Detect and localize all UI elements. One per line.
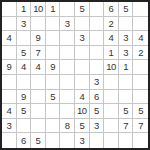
empty-cell-r7c9[interactable] xyxy=(119,90,134,105)
empty-cell-r1c1[interactable] xyxy=(2,2,17,17)
empty-cell-r1c7[interactable] xyxy=(90,2,105,17)
given-cell-r5c8: 10 xyxy=(104,60,119,75)
empty-cell-r3c5[interactable] xyxy=(60,31,75,46)
given-cell-r1c9: 5 xyxy=(119,2,134,17)
given-cell-r10c3: 5 xyxy=(31,133,46,148)
given-cell-r2c5: 3 xyxy=(60,17,75,32)
given-cell-r1c8: 6 xyxy=(104,2,119,17)
given-cell-r4c9: 3 xyxy=(119,46,134,61)
given-cell-r5c1: 9 xyxy=(2,60,17,75)
given-cell-r6c7: 3 xyxy=(90,75,105,90)
given-cell-r3c6: 3 xyxy=(75,31,90,46)
given-cell-r4c10: 2 xyxy=(133,46,148,61)
empty-cell-r5c10[interactable] xyxy=(133,60,148,75)
given-cell-r9c5: 8 xyxy=(60,119,75,134)
given-cell-r8c9: 5 xyxy=(119,104,134,119)
given-cell-r1c3: 10 xyxy=(31,2,46,17)
given-cell-r9c7: 3 xyxy=(90,119,105,134)
empty-cell-r2c6[interactable] xyxy=(75,17,90,32)
given-cell-r7c7: 6 xyxy=(90,90,105,105)
empty-cell-r6c10[interactable] xyxy=(133,75,148,90)
given-cell-r9c9: 7 xyxy=(119,119,134,134)
given-cell-r3c1: 4 xyxy=(2,31,17,46)
empty-cell-r10c4[interactable] xyxy=(46,133,61,148)
empty-cell-r4c5[interactable] xyxy=(60,46,75,61)
empty-cell-r10c8[interactable] xyxy=(104,133,119,148)
empty-cell-r6c6[interactable] xyxy=(75,75,90,90)
given-cell-r8c10: 5 xyxy=(133,104,148,119)
empty-cell-r1c10[interactable] xyxy=(133,2,148,17)
empty-cell-r5c5[interactable] xyxy=(60,60,75,75)
given-cell-r3c3: 9 xyxy=(31,31,46,46)
given-cell-r10c6: 3 xyxy=(75,133,90,148)
empty-cell-r5c7[interactable] xyxy=(90,60,105,75)
given-cell-r3c9: 3 xyxy=(119,31,134,46)
empty-cell-r2c9[interactable] xyxy=(119,17,134,32)
empty-cell-r6c3[interactable] xyxy=(31,75,46,90)
empty-cell-r8c4[interactable] xyxy=(46,104,61,119)
given-cell-r8c7: 5 xyxy=(90,104,105,119)
empty-cell-r9c8[interactable] xyxy=(104,119,119,134)
empty-cell-r6c4[interactable] xyxy=(46,75,61,90)
given-cell-r7c4: 5 xyxy=(46,90,61,105)
empty-cell-r6c5[interactable] xyxy=(60,75,75,90)
given-cell-r7c6: 4 xyxy=(75,90,90,105)
empty-cell-r10c9[interactable] xyxy=(119,133,134,148)
empty-cell-r9c3[interactable] xyxy=(31,119,46,134)
empty-cell-r6c9[interactable] xyxy=(119,75,134,90)
empty-cell-r2c4[interactable] xyxy=(46,17,61,32)
given-cell-r10c2: 6 xyxy=(17,133,32,148)
empty-cell-r3c7[interactable] xyxy=(90,31,105,46)
given-cell-r9c10: 7 xyxy=(133,119,148,134)
empty-cell-r7c3[interactable] xyxy=(31,90,46,105)
fillomino-board: 1101565332493434571329449101395464510555… xyxy=(0,0,150,150)
given-cell-r4c3: 7 xyxy=(31,46,46,61)
given-cell-r1c6: 5 xyxy=(75,2,90,17)
empty-cell-r4c1[interactable] xyxy=(2,46,17,61)
empty-cell-r4c4[interactable] xyxy=(46,46,61,61)
empty-cell-r4c6[interactable] xyxy=(75,46,90,61)
given-cell-r9c1: 3 xyxy=(2,119,17,134)
empty-cell-r7c8[interactable] xyxy=(104,90,119,105)
given-cell-r5c9: 1 xyxy=(119,60,134,75)
empty-cell-r10c5[interactable] xyxy=(60,133,75,148)
empty-cell-r8c8[interactable] xyxy=(104,104,119,119)
empty-cell-r8c3[interactable] xyxy=(31,104,46,119)
empty-cell-r2c1[interactable] xyxy=(2,17,17,32)
given-cell-r2c8: 2 xyxy=(104,17,119,32)
empty-cell-r2c7[interactable] xyxy=(90,17,105,32)
given-cell-r8c1: 4 xyxy=(2,104,17,119)
given-cell-r2c2: 3 xyxy=(17,17,32,32)
empty-cell-r6c2[interactable] xyxy=(17,75,32,90)
empty-cell-r7c10[interactable] xyxy=(133,90,148,105)
empty-cell-r10c10[interactable] xyxy=(133,133,148,148)
empty-cell-r9c2[interactable] xyxy=(17,119,32,134)
empty-cell-r4c7[interactable] xyxy=(90,46,105,61)
given-cell-r3c8: 4 xyxy=(104,31,119,46)
given-cell-r1c2: 1 xyxy=(17,2,32,17)
empty-cell-r8c5[interactable] xyxy=(60,104,75,119)
empty-cell-r7c1[interactable] xyxy=(2,90,17,105)
empty-cell-r2c3[interactable] xyxy=(31,17,46,32)
empty-cell-r2c10[interactable] xyxy=(133,17,148,32)
empty-cell-r3c2[interactable] xyxy=(17,31,32,46)
empty-cell-r3c4[interactable] xyxy=(46,31,61,46)
given-cell-r7c2: 9 xyxy=(17,90,32,105)
given-cell-r5c4: 9 xyxy=(46,60,61,75)
empty-cell-r10c1[interactable] xyxy=(2,133,17,148)
empty-cell-r7c5[interactable] xyxy=(60,90,75,105)
given-cell-r5c3: 4 xyxy=(31,60,46,75)
given-cell-r3c10: 4 xyxy=(133,31,148,46)
given-cell-r5c2: 4 xyxy=(17,60,32,75)
empty-cell-r10c7[interactable] xyxy=(90,133,105,148)
given-cell-r1c4: 1 xyxy=(46,2,61,17)
given-cell-r4c2: 5 xyxy=(17,46,32,61)
empty-cell-r5c6[interactable] xyxy=(75,60,90,75)
given-cell-r8c2: 5 xyxy=(17,104,32,119)
empty-cell-r6c1[interactable] xyxy=(2,75,17,90)
empty-cell-r6c8[interactable] xyxy=(104,75,119,90)
given-cell-r8c6: 10 xyxy=(75,104,90,119)
empty-cell-r1c5[interactable] xyxy=(60,2,75,17)
given-cell-r9c6: 5 xyxy=(75,119,90,134)
empty-cell-r9c4[interactable] xyxy=(46,119,61,134)
given-cell-r4c8: 1 xyxy=(104,46,119,61)
